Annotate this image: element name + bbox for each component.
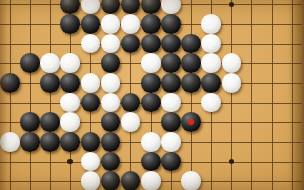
- black-stone[interactable]: [181, 34, 201, 54]
- go-board-grid: [0, 0, 302, 190]
- black-stone[interactable]: [141, 73, 161, 93]
- white-stone[interactable]: [60, 53, 80, 73]
- white-stone[interactable]: [0, 132, 20, 152]
- white-stone[interactable]: [201, 93, 221, 113]
- white-stone[interactable]: [201, 53, 221, 73]
- black-stone[interactable]: [40, 73, 60, 93]
- white-stone[interactable]: [121, 14, 141, 34]
- black-stone[interactable]: [181, 73, 201, 93]
- star-point: [67, 159, 73, 165]
- star-point: [229, 2, 235, 8]
- black-stone[interactable]: [101, 152, 121, 172]
- white-stone[interactable]: [181, 171, 201, 190]
- white-stone[interactable]: [201, 14, 221, 34]
- black-stone[interactable]: [141, 93, 161, 113]
- black-stone[interactable]: [161, 53, 181, 73]
- black-stone[interactable]: [101, 171, 121, 190]
- white-stone[interactable]: [101, 93, 121, 113]
- white-stone[interactable]: [81, 0, 101, 14]
- black-stone[interactable]: [121, 171, 141, 190]
- black-stone[interactable]: [121, 93, 141, 113]
- black-stone[interactable]: [20, 53, 40, 73]
- white-stone[interactable]: [121, 112, 141, 132]
- white-stone[interactable]: [201, 34, 221, 54]
- black-stone[interactable]: [121, 34, 141, 54]
- white-stone[interactable]: [222, 53, 242, 73]
- black-stone[interactable]: [181, 53, 201, 73]
- black-stone[interactable]: [181, 112, 201, 132]
- black-stone[interactable]: [40, 112, 60, 132]
- black-stone[interactable]: [161, 152, 181, 172]
- black-stone[interactable]: [60, 0, 80, 14]
- white-stone[interactable]: [101, 73, 121, 93]
- white-stone[interactable]: [81, 73, 101, 93]
- go-board[interactable]: [0, 0, 304, 190]
- star-point: [229, 159, 235, 165]
- last-move-marker: [188, 119, 194, 125]
- black-stone[interactable]: [20, 132, 40, 152]
- black-stone[interactable]: [81, 14, 101, 34]
- black-stone[interactable]: [20, 112, 40, 132]
- white-stone[interactable]: [161, 93, 181, 113]
- white-stone[interactable]: [141, 132, 161, 152]
- black-stone[interactable]: [101, 0, 121, 14]
- black-stone[interactable]: [101, 53, 121, 73]
- black-stone[interactable]: [161, 14, 181, 34]
- white-stone[interactable]: [40, 53, 60, 73]
- white-stone[interactable]: [222, 73, 242, 93]
- black-stone[interactable]: [60, 132, 80, 152]
- white-stone[interactable]: [60, 112, 80, 132]
- black-stone[interactable]: [60, 73, 80, 93]
- black-stone[interactable]: [40, 132, 60, 152]
- white-stone[interactable]: [101, 14, 121, 34]
- black-stone[interactable]: [161, 34, 181, 54]
- black-stone[interactable]: [141, 0, 161, 14]
- white-stone[interactable]: [81, 34, 101, 54]
- black-stone[interactable]: [201, 73, 221, 93]
- black-stone[interactable]: [101, 112, 121, 132]
- white-stone[interactable]: [141, 53, 161, 73]
- black-stone[interactable]: [60, 14, 80, 34]
- black-stone[interactable]: [101, 132, 121, 152]
- black-stone[interactable]: [141, 14, 161, 34]
- white-stone[interactable]: [101, 34, 121, 54]
- black-stone[interactable]: [161, 73, 181, 93]
- white-stone[interactable]: [141, 171, 161, 190]
- black-stone[interactable]: [81, 93, 101, 113]
- black-stone[interactable]: [141, 152, 161, 172]
- black-stone[interactable]: [0, 73, 20, 93]
- white-stone[interactable]: [161, 0, 181, 14]
- white-stone[interactable]: [60, 93, 80, 113]
- white-stone[interactable]: [161, 132, 181, 152]
- black-stone[interactable]: [141, 34, 161, 54]
- white-stone[interactable]: [81, 171, 101, 190]
- black-stone[interactable]: [121, 0, 141, 14]
- black-stone[interactable]: [81, 132, 101, 152]
- black-stone[interactable]: [161, 112, 181, 132]
- white-stone[interactable]: [81, 152, 101, 172]
